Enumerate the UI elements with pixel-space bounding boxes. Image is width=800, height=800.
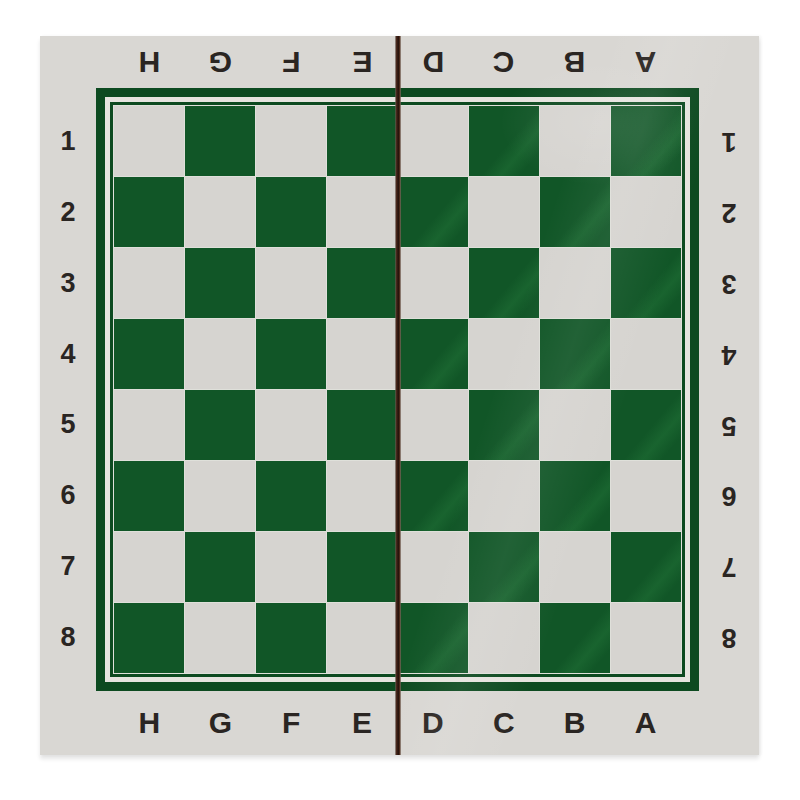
square-e3[interactable]	[327, 248, 397, 318]
square-b6[interactable]	[540, 461, 610, 531]
square-h3[interactable]	[114, 248, 184, 318]
rank-label-5: 5	[699, 390, 759, 461]
square-h8[interactable]	[114, 603, 184, 673]
rank-label-8: 8	[40, 602, 96, 673]
file-label-g: G	[185, 691, 256, 755]
square-f6[interactable]	[256, 461, 326, 531]
file-label-h: H	[114, 36, 185, 88]
fold-seam	[395, 36, 401, 755]
square-a1[interactable]	[611, 106, 681, 176]
file-label-a: A	[610, 691, 681, 755]
square-d2[interactable]	[398, 177, 468, 247]
rank-label-7: 7	[699, 531, 759, 602]
rank-labels-left: 12345678	[40, 106, 96, 673]
square-c6[interactable]	[469, 461, 539, 531]
file-label-b: B	[539, 691, 610, 755]
square-b1[interactable]	[540, 106, 610, 176]
square-e2[interactable]	[327, 177, 397, 247]
square-b3[interactable]	[540, 248, 610, 318]
square-g3[interactable]	[185, 248, 255, 318]
file-label-e: E	[327, 36, 398, 88]
square-c5[interactable]	[469, 390, 539, 460]
square-f7[interactable]	[256, 532, 326, 602]
square-f8[interactable]	[256, 603, 326, 673]
square-h6[interactable]	[114, 461, 184, 531]
square-c8[interactable]	[469, 603, 539, 673]
square-h7[interactable]	[114, 532, 184, 602]
square-h2[interactable]	[114, 177, 184, 247]
file-label-c: C	[468, 691, 539, 755]
square-c1[interactable]	[469, 106, 539, 176]
square-b7[interactable]	[540, 532, 610, 602]
square-g4[interactable]	[185, 319, 255, 389]
square-a5[interactable]	[611, 390, 681, 460]
chessboard: HGFEDCBA HGFEDCBA 12345678 12345678	[40, 36, 759, 755]
file-label-c: C	[468, 36, 539, 88]
square-b2[interactable]	[540, 177, 610, 247]
file-label-f: F	[256, 36, 327, 88]
square-h1[interactable]	[114, 106, 184, 176]
square-a6[interactable]	[611, 461, 681, 531]
square-g1[interactable]	[185, 106, 255, 176]
square-a4[interactable]	[611, 319, 681, 389]
square-h5[interactable]	[114, 390, 184, 460]
square-e1[interactable]	[327, 106, 397, 176]
square-d7[interactable]	[398, 532, 468, 602]
square-g8[interactable]	[185, 603, 255, 673]
square-e6[interactable]	[327, 461, 397, 531]
square-b8[interactable]	[540, 603, 610, 673]
rank-label-2: 2	[699, 177, 759, 248]
file-label-d: D	[398, 36, 469, 88]
file-label-b: B	[539, 36, 610, 88]
square-e7[interactable]	[327, 532, 397, 602]
square-e5[interactable]	[327, 390, 397, 460]
square-d1[interactable]	[398, 106, 468, 176]
rank-labels-right: 12345678	[699, 106, 759, 673]
square-a7[interactable]	[611, 532, 681, 602]
square-c3[interactable]	[469, 248, 539, 318]
square-c7[interactable]	[469, 532, 539, 602]
rank-label-7: 7	[40, 531, 96, 602]
square-a8[interactable]	[611, 603, 681, 673]
square-c2[interactable]	[469, 177, 539, 247]
square-e4[interactable]	[327, 319, 397, 389]
square-a3[interactable]	[611, 248, 681, 318]
square-b4[interactable]	[540, 319, 610, 389]
file-label-d: D	[398, 691, 469, 755]
square-e8[interactable]	[327, 603, 397, 673]
file-label-g: G	[185, 36, 256, 88]
file-label-e: E	[327, 691, 398, 755]
square-g7[interactable]	[185, 532, 255, 602]
file-label-a: A	[610, 36, 681, 88]
square-f3[interactable]	[256, 248, 326, 318]
rank-label-6: 6	[699, 460, 759, 531]
square-f1[interactable]	[256, 106, 326, 176]
rank-label-1: 1	[40, 106, 96, 177]
square-d6[interactable]	[398, 461, 468, 531]
square-c4[interactable]	[469, 319, 539, 389]
square-g2[interactable]	[185, 177, 255, 247]
square-b5[interactable]	[540, 390, 610, 460]
square-d3[interactable]	[398, 248, 468, 318]
rank-label-3: 3	[699, 248, 759, 319]
square-d5[interactable]	[398, 390, 468, 460]
product-photo: HGFEDCBA HGFEDCBA 12345678 12345678	[0, 0, 800, 800]
square-h4[interactable]	[114, 319, 184, 389]
rank-label-3: 3	[40, 248, 96, 319]
file-label-f: F	[256, 691, 327, 755]
square-f4[interactable]	[256, 319, 326, 389]
square-d4[interactable]	[398, 319, 468, 389]
rank-label-6: 6	[40, 460, 96, 531]
rank-label-4: 4	[40, 319, 96, 390]
square-f2[interactable]	[256, 177, 326, 247]
square-d8[interactable]	[398, 603, 468, 673]
rank-label-8: 8	[699, 602, 759, 673]
rank-label-1: 1	[699, 106, 759, 177]
rank-label-4: 4	[699, 319, 759, 390]
square-f5[interactable]	[256, 390, 326, 460]
file-label-h: H	[114, 691, 185, 755]
rank-label-2: 2	[40, 177, 96, 248]
square-a2[interactable]	[611, 177, 681, 247]
square-g6[interactable]	[185, 461, 255, 531]
square-g5[interactable]	[185, 390, 255, 460]
rank-label-5: 5	[40, 390, 96, 461]
